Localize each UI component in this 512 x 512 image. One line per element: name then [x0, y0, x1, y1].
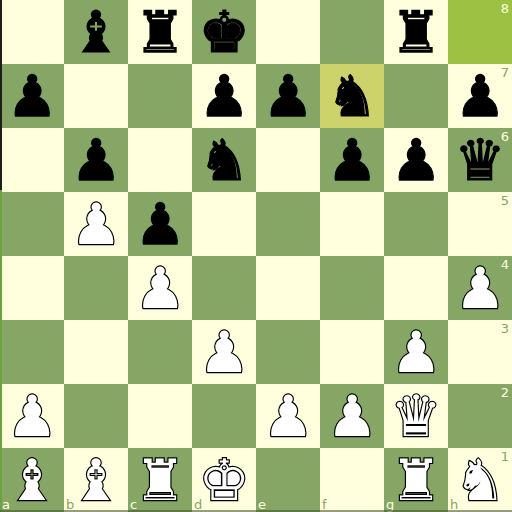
white-pawn-icon[interactable]: ♟ [256, 384, 320, 448]
square-c1[interactable]: c♜ [128, 448, 192, 512]
coord-rank-3: 3 [501, 322, 509, 335]
square-b5[interactable]: ♟ [64, 192, 128, 256]
white-pawn-icon[interactable]: ♟ [448, 256, 512, 320]
black-pawn-icon[interactable]: ♟ [320, 128, 384, 192]
square-d6[interactable]: ♞ [192, 128, 256, 192]
white-bishop-icon[interactable]: ♝ [0, 448, 64, 512]
square-h5[interactable]: 5 [448, 192, 512, 256]
square-c7[interactable] [128, 64, 192, 128]
square-d7[interactable]: ♟ [192, 64, 256, 128]
white-pawn-icon[interactable]: ♟ [384, 320, 448, 384]
square-f3[interactable] [320, 320, 384, 384]
square-e3[interactable] [256, 320, 320, 384]
square-a2[interactable]: ♟ [0, 384, 64, 448]
square-e1[interactable]: e [256, 448, 320, 512]
black-queen-icon[interactable]: ♛ [448, 128, 512, 192]
square-e8[interactable] [256, 0, 320, 64]
square-c4[interactable]: ♟ [128, 256, 192, 320]
square-d3[interactable]: ♟ [192, 320, 256, 384]
coord-file-f: f [322, 498, 327, 511]
white-rook-icon[interactable]: ♜ [128, 448, 192, 512]
black-rook-icon[interactable]: ♜ [384, 0, 448, 64]
square-e2[interactable]: ♟ [256, 384, 320, 448]
square-a5[interactable] [0, 192, 64, 256]
black-bishop-icon[interactable]: ♝ [64, 0, 128, 64]
white-queen-icon[interactable]: ♛ [384, 384, 448, 448]
square-h8[interactable]: 8 [448, 0, 512, 64]
square-e4[interactable] [256, 256, 320, 320]
black-king-icon[interactable]: ♚ [192, 0, 256, 64]
white-rook-icon[interactable]: ♜ [384, 448, 448, 512]
white-knight-icon[interactable]: ♞ [448, 448, 512, 512]
square-d2[interactable] [192, 384, 256, 448]
black-pawn-icon[interactable]: ♟ [64, 128, 128, 192]
square-d1[interactable]: d♚ [192, 448, 256, 512]
square-f2[interactable]: ♟ [320, 384, 384, 448]
square-c8[interactable]: ♜ [128, 0, 192, 64]
square-h1[interactable]: h1♞ [448, 448, 512, 512]
coord-rank-8: 8 [501, 2, 509, 15]
square-f5[interactable] [320, 192, 384, 256]
square-a4[interactable] [0, 256, 64, 320]
square-b6[interactable]: ♟ [64, 128, 128, 192]
square-b7[interactable] [64, 64, 128, 128]
square-c5[interactable]: ♟ [128, 192, 192, 256]
square-h7[interactable]: 7♟ [448, 64, 512, 128]
square-f7[interactable]: ♞ [320, 64, 384, 128]
black-pawn-icon[interactable]: ♟ [192, 64, 256, 128]
square-e6[interactable] [256, 128, 320, 192]
square-a8[interactable] [0, 0, 64, 64]
square-f1[interactable]: f [320, 448, 384, 512]
white-pawn-icon[interactable]: ♟ [192, 320, 256, 384]
black-knight-icon[interactable]: ♞ [192, 128, 256, 192]
square-d4[interactable] [192, 256, 256, 320]
white-pawn-icon[interactable]: ♟ [0, 384, 64, 448]
square-h4[interactable]: 4♟ [448, 256, 512, 320]
square-b4[interactable] [64, 256, 128, 320]
chess-board: ♝♜♚♜8♟♟♟♞7♟♟♞♟♟6♛♟♟5♟4♟♟♟3♟♟♟♛2a♝b♝c♜d♚e… [0, 0, 512, 512]
white-bishop-icon[interactable]: ♝ [64, 448, 128, 512]
square-h3[interactable]: 3 [448, 320, 512, 384]
square-h2[interactable]: 2 [448, 384, 512, 448]
black-pawn-icon[interactable]: ♟ [384, 128, 448, 192]
black-rook-icon[interactable]: ♜ [128, 0, 192, 64]
square-g6[interactable]: ♟ [384, 128, 448, 192]
square-g5[interactable] [384, 192, 448, 256]
square-c6[interactable] [128, 128, 192, 192]
square-b2[interactable] [64, 384, 128, 448]
square-a1[interactable]: a♝ [0, 448, 64, 512]
chess-app-stage: ♝♜♚♜8♟♟♟♞7♟♟♞♟♟6♛♟♟5♟4♟♟♟3♟♟♟♛2a♝b♝c♜d♚e… [0, 0, 512, 512]
square-g4[interactable] [384, 256, 448, 320]
square-b1[interactable]: b♝ [64, 448, 128, 512]
square-b3[interactable] [64, 320, 128, 384]
white-pawn-icon[interactable]: ♟ [128, 256, 192, 320]
square-c2[interactable] [128, 384, 192, 448]
square-e5[interactable] [256, 192, 320, 256]
white-pawn-icon[interactable]: ♟ [64, 192, 128, 256]
white-king-icon[interactable]: ♚ [192, 448, 256, 512]
square-b8[interactable]: ♝ [64, 0, 128, 64]
square-g7[interactable] [384, 64, 448, 128]
coord-rank-5: 5 [501, 194, 509, 207]
square-g1[interactable]: g♜ [384, 448, 448, 512]
square-e7[interactable]: ♟ [256, 64, 320, 128]
square-f6[interactable]: ♟ [320, 128, 384, 192]
black-pawn-icon[interactable]: ♟ [448, 64, 512, 128]
white-pawn-icon[interactable]: ♟ [320, 384, 384, 448]
black-pawn-icon[interactable]: ♟ [128, 192, 192, 256]
coord-file-e: e [258, 498, 266, 511]
coord-rank-2: 2 [501, 386, 509, 399]
square-f4[interactable] [320, 256, 384, 320]
square-g3[interactable]: ♟ [384, 320, 448, 384]
black-pawn-icon[interactable]: ♟ [0, 64, 64, 128]
black-knight-icon[interactable]: ♞ [320, 64, 384, 128]
square-c3[interactable] [128, 320, 192, 384]
square-f8[interactable] [320, 0, 384, 64]
square-a6[interactable] [0, 128, 64, 192]
square-a7[interactable]: ♟ [0, 64, 64, 128]
square-a3[interactable] [0, 320, 64, 384]
square-d8[interactable]: ♚ [192, 0, 256, 64]
black-pawn-icon[interactable]: ♟ [256, 64, 320, 128]
square-g8[interactable]: ♜ [384, 0, 448, 64]
square-g2[interactable]: ♛ [384, 384, 448, 448]
square-d5[interactable] [192, 192, 256, 256]
square-h6[interactable]: 6♛ [448, 128, 512, 192]
